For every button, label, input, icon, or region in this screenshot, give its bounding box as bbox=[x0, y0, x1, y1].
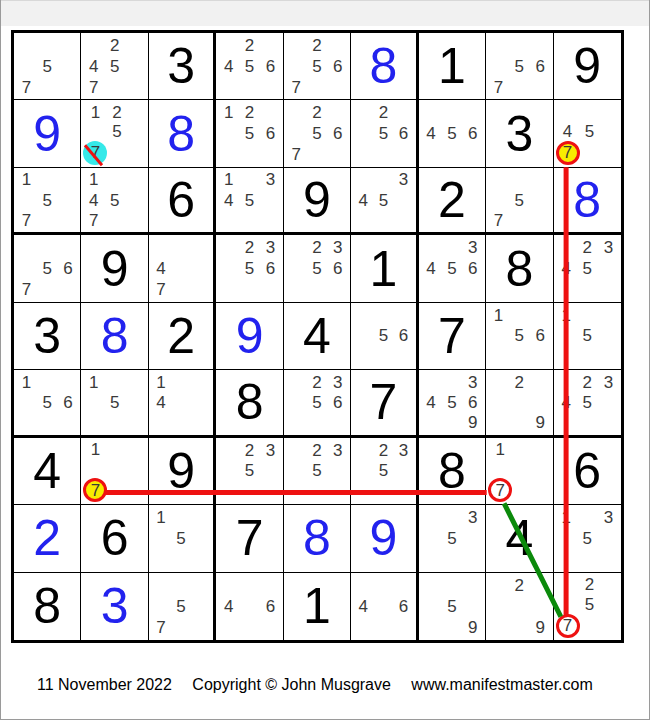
footer-copyright: Copyright © John Musgrave bbox=[192, 676, 391, 693]
pencil-mark: 7 bbox=[494, 212, 503, 229]
pencil-slot-7: 7 bbox=[488, 77, 509, 98]
pencil-slot-3: 3 bbox=[598, 372, 619, 392]
cell-r1c6[interactable]: 8 bbox=[351, 33, 418, 100]
pencil-slot-4 bbox=[286, 56, 307, 77]
cell-r6c8[interactable]: 29 bbox=[486, 370, 553, 437]
cell-r5c7[interactable]: 7 bbox=[419, 303, 486, 370]
pencil-slot-8 bbox=[509, 77, 530, 98]
cell-r9c8[interactable]: 29 bbox=[486, 573, 553, 640]
cell-r4c6[interactable]: 1 bbox=[351, 235, 418, 302]
pencil-slot-3 bbox=[462, 102, 483, 123]
cell-r2c2[interactable]: 1257 bbox=[81, 100, 148, 167]
pencil-grid: 57 bbox=[151, 575, 211, 638]
cell-r8c4[interactable]: 7 bbox=[216, 505, 283, 572]
pencil-slot-9 bbox=[191, 549, 211, 570]
pencil-mark: 2 bbox=[583, 374, 592, 391]
pencil-slot-6 bbox=[462, 528, 483, 549]
cell-r1c1[interactable]: 57 bbox=[14, 33, 81, 100]
pencil-mark: 1 bbox=[89, 171, 98, 188]
pencil-slot-7: 7 bbox=[488, 210, 509, 230]
pencil-slot-1: 1 bbox=[16, 372, 37, 392]
cell-r7c7[interactable]: 8 bbox=[419, 438, 486, 505]
pencil-slot-3 bbox=[125, 372, 146, 392]
cell-r9c6[interactable]: 46 bbox=[351, 573, 418, 640]
cell-r7c6[interactable]: 235 bbox=[351, 438, 418, 505]
cell-r4c5[interactable]: 2356 bbox=[284, 235, 351, 302]
pencil-slot-6: 6 bbox=[462, 123, 483, 144]
cell-r3c6[interactable]: 345 bbox=[351, 168, 418, 235]
solved-digit: 9 bbox=[14, 100, 80, 166]
pencil-grid: 567 bbox=[16, 237, 78, 299]
pencil-mark: 3 bbox=[266, 171, 275, 188]
pencil-slot-1 bbox=[151, 575, 171, 596]
pencil-slot-8 bbox=[441, 279, 462, 300]
pencil-mark: 6 bbox=[399, 598, 408, 615]
cell-r1c5[interactable]: 2567 bbox=[284, 33, 351, 100]
pencil-slot-8 bbox=[577, 413, 598, 433]
pencil-mark: 4 bbox=[156, 394, 165, 411]
pencil-slot-5: 5 bbox=[441, 528, 462, 549]
given-digit: 9 bbox=[554, 33, 621, 99]
pencil-slot-2 bbox=[577, 507, 598, 528]
pencil-slot-4 bbox=[488, 326, 509, 347]
pencil-slot-3: 3 bbox=[462, 372, 483, 392]
pencil-mark: 1 bbox=[495, 441, 504, 458]
pencil-slot-4: 4 bbox=[151, 392, 171, 412]
cell-r5c5[interactable]: 4 bbox=[284, 303, 351, 370]
pencil-slot-8 bbox=[509, 413, 530, 433]
pencil-grid: 157 bbox=[16, 170, 78, 230]
cell-r1c3[interactable]: 3 bbox=[149, 33, 216, 100]
pencil-mark: 1 bbox=[156, 509, 165, 526]
pencil-mark: 5 bbox=[42, 192, 51, 209]
pencil-slot-8 bbox=[509, 210, 530, 230]
pencil-grid: 2345 bbox=[556, 237, 619, 299]
pencil-grid: 15 bbox=[151, 507, 211, 569]
pencil-slot-2: 2 bbox=[307, 440, 328, 461]
cell-r6c4[interactable]: 8 bbox=[216, 370, 283, 437]
pencil-slot-3: 3 bbox=[260, 170, 281, 190]
pencil-mark: 4 bbox=[224, 598, 233, 615]
cell-r4c9[interactable]: 2345 bbox=[554, 235, 621, 302]
pencil-slot-1: 1 bbox=[556, 507, 577, 528]
cell-r9c9[interactable]: 257 bbox=[554, 573, 621, 640]
pencil-slot-7 bbox=[556, 346, 577, 367]
pencil-slot-9 bbox=[327, 144, 348, 165]
pencil-grid: 57 bbox=[488, 170, 550, 230]
pencil-slot-6: 6 bbox=[58, 392, 79, 412]
cell-r7c3[interactable]: 9 bbox=[149, 438, 216, 505]
pencil-slot-8 bbox=[107, 141, 126, 165]
pencil-slot-5 bbox=[509, 596, 530, 617]
pencil-grid: 2345 bbox=[556, 372, 619, 432]
pencil-slot-6 bbox=[530, 596, 551, 617]
pencil-slot-7 bbox=[488, 413, 509, 433]
pencil-slot-3 bbox=[58, 35, 79, 56]
cell-r2c1[interactable]: 9 bbox=[14, 100, 81, 167]
pencil-slot-1 bbox=[218, 440, 239, 461]
pencil-slot-6 bbox=[125, 190, 146, 210]
pencil-mark: 2 bbox=[312, 239, 321, 256]
pencil-slot-3 bbox=[394, 102, 414, 123]
pencil-slot-3 bbox=[327, 102, 348, 123]
pencil-grid: 35 bbox=[421, 507, 483, 569]
given-digit: 7 bbox=[419, 303, 485, 369]
eliminated-candidate-highlight: 7 bbox=[83, 141, 107, 165]
pencil-mark: 3 bbox=[333, 442, 342, 459]
pencil-slot-2 bbox=[441, 102, 462, 123]
cell-r8c8[interactable]: 4 bbox=[486, 505, 553, 572]
cell-r3c4[interactable]: 1345 bbox=[216, 168, 283, 235]
pencil-slot-1 bbox=[151, 237, 171, 258]
pencil-mark: 6 bbox=[468, 125, 477, 142]
cell-r4c4[interactable]: 2356 bbox=[216, 235, 283, 302]
pencil-slot-2 bbox=[509, 305, 530, 326]
pencil-mark: 6 bbox=[266, 260, 275, 277]
pencil-grid: 57 bbox=[16, 35, 78, 97]
pencil-slot-3 bbox=[125, 170, 146, 190]
cell-r1c2[interactable]: 2457 bbox=[81, 33, 148, 100]
pencil-slot-8 bbox=[373, 481, 393, 502]
pencil-slot-1: 1 bbox=[83, 372, 104, 392]
pencil-slot-2 bbox=[373, 170, 393, 190]
pencil-mark: 9 bbox=[468, 414, 477, 431]
cell-r6c2[interactable]: 15 bbox=[81, 370, 148, 437]
cell-r5c8[interactable]: 156 bbox=[486, 303, 553, 370]
solved-digit: 2 bbox=[14, 505, 80, 571]
pencil-mark: 3 bbox=[468, 509, 477, 526]
pencil-slot-9 bbox=[125, 210, 146, 230]
pencil-grid: 2567 bbox=[286, 35, 348, 97]
cell-r3c3[interactable]: 6 bbox=[149, 168, 216, 235]
pencil-slot-6 bbox=[58, 56, 79, 77]
pencil-slot-2 bbox=[37, 237, 58, 258]
pencil-slot-8 bbox=[171, 413, 191, 433]
pencil-mark: 6 bbox=[333, 260, 342, 277]
pencil-slot-9 bbox=[531, 478, 550, 502]
cell-r4c1[interactable]: 567 bbox=[14, 235, 81, 302]
cell-r2c3[interactable]: 8 bbox=[149, 100, 216, 167]
pencil-slot-9 bbox=[598, 346, 619, 367]
pencil-slot-6: 6 bbox=[260, 123, 281, 144]
pencil-slot-9 bbox=[598, 413, 619, 433]
pencil-mark: 3 bbox=[399, 442, 408, 459]
cell-r6c9[interactable]: 2345 bbox=[554, 370, 621, 437]
pencil-slot-9 bbox=[125, 413, 146, 433]
pencil-slot-7: 7 bbox=[16, 279, 37, 300]
solved-digit: 3 bbox=[81, 573, 147, 640]
pencil-slot-6 bbox=[191, 392, 211, 412]
pencil-mark: 7 bbox=[156, 281, 165, 298]
pencil-grid: 2356 bbox=[218, 237, 280, 299]
pencil-slot-6: 6 bbox=[327, 56, 348, 77]
pencil-grid: 2457 bbox=[83, 35, 145, 97]
pencil-slot-9 bbox=[530, 346, 551, 367]
pencil-mark: 2 bbox=[312, 442, 321, 459]
pencil-slot-7 bbox=[353, 481, 373, 502]
pencil-slot-6 bbox=[191, 258, 211, 279]
cell-r2c5[interactable]: 2567 bbox=[284, 100, 351, 167]
pencil-slot-6: 6 bbox=[327, 123, 348, 144]
pencil-slot-4 bbox=[16, 56, 37, 77]
cell-r8c3[interactable]: 15 bbox=[149, 505, 216, 572]
cell-r8c6[interactable]: 9 bbox=[351, 505, 418, 572]
cell-r2c4[interactable]: 1256 bbox=[216, 100, 283, 167]
cell-r7c8[interactable]: 17 bbox=[486, 438, 553, 505]
pencil-mark: 4 bbox=[224, 58, 233, 75]
pencil-grid: 1256 bbox=[218, 102, 280, 164]
pencil-mark: 1 bbox=[91, 104, 100, 121]
pencil-mark: 6 bbox=[399, 125, 408, 142]
cell-r3c1[interactable]: 157 bbox=[14, 168, 81, 235]
cell-r5c4[interactable]: 9 bbox=[216, 303, 283, 370]
cell-r9c3[interactable]: 57 bbox=[149, 573, 216, 640]
pencil-slot-4: 4 bbox=[421, 258, 442, 279]
cell-r8c2[interactable]: 6 bbox=[81, 505, 148, 572]
pencil-mark: 1 bbox=[494, 307, 503, 324]
pencil-slot-2 bbox=[509, 35, 530, 56]
cell-r9c1[interactable]: 8 bbox=[14, 573, 81, 640]
pencil-slot-5: 5 bbox=[509, 190, 530, 210]
cell-r9c7[interactable]: 59 bbox=[419, 573, 486, 640]
cell-r4c7[interactable]: 3456 bbox=[419, 235, 486, 302]
pencil-slot-5: 5 bbox=[37, 190, 58, 210]
pencil-slot-5: 5 bbox=[307, 392, 328, 412]
pencil-slot-6 bbox=[531, 459, 550, 478]
pencil-mark: 2 bbox=[515, 374, 524, 391]
pencil-grid: 256 bbox=[353, 102, 413, 164]
pencil-slot-7: 7 bbox=[16, 210, 37, 230]
pencil-slot-3 bbox=[191, 237, 211, 258]
pencil-slot-9 bbox=[58, 279, 79, 300]
pencil-slot-1 bbox=[83, 35, 104, 56]
pencil-slot-1 bbox=[218, 35, 239, 56]
cell-r4c8[interactable]: 8 bbox=[486, 235, 553, 302]
pencil-slot-5: 5 bbox=[239, 460, 260, 481]
cell-r7c9[interactable]: 6 bbox=[554, 438, 621, 505]
pencil-slot-7: 7 bbox=[151, 279, 171, 300]
pencil-slot-2: 2 bbox=[373, 440, 393, 461]
pencil-slot-1 bbox=[353, 102, 373, 123]
pencil-mark: 5 bbox=[112, 123, 121, 140]
pencil-slot-5: 5 bbox=[509, 56, 530, 77]
cell-r1c7[interactable]: 1 bbox=[419, 33, 486, 100]
pencil-slot-6: 6 bbox=[58, 258, 79, 279]
pencil-slot-5: 5 bbox=[509, 326, 530, 347]
pencil-slot-6 bbox=[125, 56, 146, 77]
pencil-slot-4 bbox=[286, 258, 307, 279]
pencil-slot-3 bbox=[599, 575, 619, 595]
cell-r2c9[interactable]: 457 bbox=[554, 100, 621, 167]
pencil-slot-1 bbox=[286, 102, 307, 123]
cell-r2c7[interactable]: 456 bbox=[419, 100, 486, 167]
pencil-grid: 156 bbox=[16, 372, 78, 432]
pencil-slot-7 bbox=[218, 144, 239, 165]
cell-r1c9[interactable]: 9 bbox=[554, 33, 621, 100]
pencil-slot-3: 3 bbox=[462, 237, 483, 258]
cell-r6c5[interactable]: 2356 bbox=[284, 370, 351, 437]
pencil-slot-1 bbox=[421, 372, 442, 392]
cell-r6c3[interactable]: 14 bbox=[149, 370, 216, 437]
pencil-slot-4: 4 bbox=[556, 392, 577, 412]
pencil-slot-7 bbox=[556, 279, 577, 300]
solved-digit: 9 bbox=[216, 303, 282, 369]
pencil-slot-1 bbox=[556, 575, 580, 595]
sudoku-page: 5724573245625678156799125781256256725645… bbox=[0, 0, 650, 720]
cell-r3c7[interactable]: 2 bbox=[419, 168, 486, 235]
pencil-mark: 6 bbox=[333, 394, 342, 411]
cell-r2c8[interactable]: 3 bbox=[486, 100, 553, 167]
pencil-mark: 4 bbox=[426, 125, 435, 142]
pencil-slot-1 bbox=[16, 35, 37, 56]
pencil-slot-9 bbox=[462, 144, 483, 165]
pencil-slot-3 bbox=[598, 305, 619, 326]
pencil-slot-7: 7 bbox=[83, 77, 104, 98]
pencil-slot-5: 5 bbox=[104, 392, 125, 412]
pencil-slot-6: 6 bbox=[327, 258, 348, 279]
pencil-slot-1 bbox=[556, 372, 577, 392]
pencil-slot-2: 2 bbox=[577, 372, 598, 392]
cell-r4c3[interactable]: 47 bbox=[149, 235, 216, 302]
cell-r1c4[interactable]: 2456 bbox=[216, 33, 283, 100]
pencil-slot-5: 5 bbox=[239, 123, 260, 144]
pencil-slot-9 bbox=[191, 413, 211, 433]
pencil-slot-5: 5 bbox=[37, 258, 58, 279]
solved-digit: 9 bbox=[351, 505, 415, 571]
cell-r9c5[interactable]: 1 bbox=[284, 573, 351, 640]
pencil-grid: 46 bbox=[353, 575, 413, 638]
pencil-slot-4 bbox=[488, 596, 509, 617]
pencil-slot-6 bbox=[599, 594, 619, 614]
pencil-slot-2: 2 bbox=[239, 102, 260, 123]
cell-r3c9[interactable]: 8 bbox=[554, 168, 621, 235]
cell-r7c5[interactable]: 235 bbox=[284, 438, 351, 505]
pencil-mark: 3 bbox=[604, 374, 613, 391]
pencil-slot-2 bbox=[239, 170, 260, 190]
pencil-mark: 5 bbox=[583, 394, 592, 411]
pencil-slot-8 bbox=[441, 413, 462, 433]
cell-r5c3[interactable]: 2 bbox=[149, 303, 216, 370]
pencil-slot-6: 6 bbox=[327, 392, 348, 412]
pencil-slot-1 bbox=[421, 575, 442, 596]
pencil-slot-3 bbox=[530, 170, 551, 190]
pencil-slot-8 bbox=[307, 279, 328, 300]
pencil-slot-2 bbox=[104, 170, 125, 190]
pencil-mark: 2 bbox=[585, 576, 594, 593]
pencil-mark: 2 bbox=[379, 442, 388, 459]
cell-r5c9[interactable]: 15 bbox=[554, 303, 621, 370]
pencil-slot-4: 4 bbox=[151, 258, 171, 279]
pencil-slot-3 bbox=[530, 575, 551, 596]
pencil-slot-6 bbox=[127, 122, 146, 141]
cell-r5c1[interactable]: 3 bbox=[14, 303, 81, 370]
cell-r8c1[interactable]: 2 bbox=[14, 505, 81, 572]
pencil-slot-8 bbox=[104, 210, 125, 230]
cell-r7c2[interactable]: 17 bbox=[81, 438, 148, 505]
pencil-mark: 4 bbox=[89, 58, 98, 75]
pencil-grid: 15 bbox=[556, 305, 619, 367]
cell-r6c7[interactable]: 34569 bbox=[419, 370, 486, 437]
pencil-mark: 2 bbox=[379, 104, 388, 121]
pencil-slot-8 bbox=[577, 346, 598, 367]
pencil-slot-2 bbox=[509, 170, 530, 190]
pencil-slot-7 bbox=[421, 413, 442, 433]
given-digit: 6 bbox=[554, 438, 621, 504]
pencil-slot-6 bbox=[260, 460, 281, 481]
cell-r7c1[interactable]: 4 bbox=[14, 438, 81, 505]
pencil-slot-6: 6 bbox=[394, 123, 414, 144]
cell-r9c4[interactable]: 46 bbox=[216, 573, 283, 640]
cell-r5c6[interactable]: 56 bbox=[351, 303, 418, 370]
pencil-mark: 5 bbox=[176, 530, 185, 547]
pencil-slot-1 bbox=[556, 102, 580, 121]
cell-r2c6[interactable]: 256 bbox=[351, 100, 418, 167]
cell-r6c6[interactable]: 7 bbox=[351, 370, 418, 437]
pencil-slot-3 bbox=[260, 575, 281, 596]
cell-r7c4[interactable]: 235 bbox=[216, 438, 283, 505]
pencil-slot-4 bbox=[556, 528, 577, 549]
pencil-slot-5: 5 bbox=[307, 123, 328, 144]
pencil-mark: 5 bbox=[42, 260, 51, 277]
pencil-slot-6 bbox=[58, 190, 79, 210]
pencil-slot-7 bbox=[218, 481, 239, 502]
pencil-grid: 17 bbox=[488, 440, 550, 502]
pencil-grid: 235 bbox=[218, 440, 280, 502]
cell-r9c2[interactable]: 3 bbox=[81, 573, 148, 640]
pencil-slot-5 bbox=[509, 392, 530, 412]
pencil-slot-7 bbox=[218, 77, 239, 98]
cell-r8c5[interactable]: 8 bbox=[284, 505, 351, 572]
pencil-grid: 1345 bbox=[218, 170, 280, 230]
cell-r3c5[interactable]: 9 bbox=[284, 168, 351, 235]
top-strip bbox=[1, 0, 649, 26]
pencil-slot-9: 9 bbox=[462, 413, 483, 433]
pencil-grid: 29 bbox=[488, 372, 550, 432]
cell-r4c2[interactable]: 9 bbox=[81, 235, 148, 302]
given-digit: 9 bbox=[149, 438, 213, 504]
cell-r6c1[interactable]: 156 bbox=[14, 370, 81, 437]
pencil-mark: 5 bbox=[312, 394, 321, 411]
pencil-slot-4 bbox=[151, 596, 171, 617]
cell-r1c8[interactable]: 567 bbox=[486, 33, 553, 100]
pencil-slot-7: 7 bbox=[556, 614, 580, 638]
pencil-grid: 156 bbox=[488, 305, 550, 367]
pencil-slot-4 bbox=[353, 326, 373, 347]
cell-r8c9[interactable]: 135 bbox=[554, 505, 621, 572]
pencil-slot-5: 5 bbox=[171, 528, 191, 549]
pencil-slot-1 bbox=[286, 237, 307, 258]
pencil-grid: 235 bbox=[353, 440, 413, 502]
cell-r5c2[interactable]: 8 bbox=[81, 303, 148, 370]
pencil-slot-7 bbox=[286, 413, 307, 433]
pencil-slot-8 bbox=[37, 77, 58, 98]
pencil-slot-9 bbox=[127, 141, 146, 165]
pencil-slot-9 bbox=[58, 77, 79, 98]
pencil-slot-7: 7 bbox=[488, 478, 512, 502]
given-digit: 8 bbox=[486, 235, 552, 301]
pencil-mark: 6 bbox=[63, 394, 72, 411]
pencil-slot-4 bbox=[421, 596, 442, 617]
cell-r3c2[interactable]: 1457 bbox=[81, 168, 148, 235]
pencil-slot-5: 5 bbox=[239, 258, 260, 279]
pencil-grid: 2567 bbox=[286, 102, 348, 164]
pencil-slot-5: 5 bbox=[577, 258, 598, 279]
pencil-slot-4 bbox=[16, 258, 37, 279]
pencil-slot-2 bbox=[104, 372, 125, 392]
cell-r8c7[interactable]: 35 bbox=[419, 505, 486, 572]
pencil-slot-1: 1 bbox=[83, 102, 107, 121]
cell-r3c8[interactable]: 57 bbox=[486, 168, 553, 235]
